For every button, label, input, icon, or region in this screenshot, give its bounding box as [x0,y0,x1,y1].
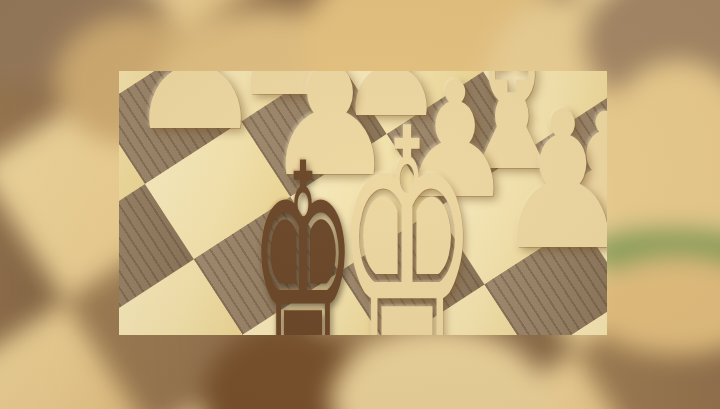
white-piece-base-top-left-felt-pad [158,115,231,125]
white-base-top-edge-felt-pad [258,83,319,91]
sharp-inset-photo: ♟♟♟♟♟♝♟♟♚♚ [119,71,607,335]
chessboard [119,71,607,335]
white-bun-base-felt-pad [362,105,419,113]
white-pawn-behind-dark-king-felt-pad [294,161,365,171]
white-bishop-partial-felt-pad [477,153,548,165]
chess-photo-scene: ♟♟♟♟♟♝♟♟♚♚ [0,0,720,409]
